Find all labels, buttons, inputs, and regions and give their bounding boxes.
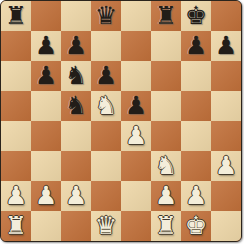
- square-a7[interactable]: [1, 31, 31, 61]
- square-a2[interactable]: ♟: [1, 181, 31, 211]
- square-e1[interactable]: [121, 211, 151, 241]
- square-h2[interactable]: [211, 181, 241, 211]
- square-d6[interactable]: ♟: [91, 61, 121, 91]
- square-b7[interactable]: ♟: [31, 31, 61, 61]
- piece-white-rook[interactable]: ♜: [5, 211, 27, 241]
- square-g6[interactable]: [181, 61, 211, 91]
- square-d1[interactable]: ♛: [91, 211, 121, 241]
- square-g3[interactable]: [181, 151, 211, 181]
- square-f4[interactable]: [151, 121, 181, 151]
- piece-white-pawn[interactable]: ♟: [65, 181, 87, 211]
- piece-black-pawn[interactable]: ♟: [215, 31, 237, 61]
- square-f6[interactable]: [151, 61, 181, 91]
- square-b8[interactable]: [31, 1, 61, 31]
- piece-white-king[interactable]: ♚: [185, 211, 207, 241]
- piece-white-pawn[interactable]: ♟: [35, 181, 57, 211]
- square-a3[interactable]: [1, 151, 31, 181]
- square-a5[interactable]: [1, 91, 31, 121]
- square-g4[interactable]: [181, 121, 211, 151]
- piece-black-pawn[interactable]: ♟: [35, 61, 57, 91]
- square-b1[interactable]: [31, 211, 61, 241]
- square-f5[interactable]: [151, 91, 181, 121]
- chess-board: ♜♛♜♚♟♟♟♟♟♞♟♞♞♟♟♞♟♟♟♟♟♟♜♛♜♚: [1, 1, 241, 241]
- piece-black-king[interactable]: ♚: [185, 1, 207, 31]
- piece-black-knight[interactable]: ♞: [65, 61, 87, 91]
- square-f2[interactable]: ♟: [151, 181, 181, 211]
- square-a1[interactable]: ♜: [1, 211, 31, 241]
- piece-black-rook[interactable]: ♜: [155, 1, 177, 31]
- square-h7[interactable]: ♟: [211, 31, 241, 61]
- piece-black-pawn[interactable]: ♟: [35, 31, 57, 61]
- square-b2[interactable]: ♟: [31, 181, 61, 211]
- square-d8[interactable]: ♛: [91, 1, 121, 31]
- square-d7[interactable]: [91, 31, 121, 61]
- square-h8[interactable]: [211, 1, 241, 31]
- square-e4[interactable]: ♟: [121, 121, 151, 151]
- square-c4[interactable]: [61, 121, 91, 151]
- square-c7[interactable]: ♟: [61, 31, 91, 61]
- square-e8[interactable]: [121, 1, 151, 31]
- piece-black-knight[interactable]: ♞: [65, 91, 87, 121]
- square-g2[interactable]: ♟: [181, 181, 211, 211]
- piece-white-pawn[interactable]: ♟: [125, 121, 147, 151]
- square-e2[interactable]: [121, 181, 151, 211]
- piece-white-knight[interactable]: ♞: [95, 91, 117, 121]
- square-h3[interactable]: ♟: [211, 151, 241, 181]
- piece-white-pawn[interactable]: ♟: [215, 151, 237, 181]
- square-e7[interactable]: [121, 31, 151, 61]
- square-e3[interactable]: [121, 151, 151, 181]
- square-c2[interactable]: ♟: [61, 181, 91, 211]
- square-g1[interactable]: ♚: [181, 211, 211, 241]
- square-d2[interactable]: [91, 181, 121, 211]
- piece-black-pawn[interactable]: ♟: [65, 31, 87, 61]
- square-f7[interactable]: [151, 31, 181, 61]
- square-c8[interactable]: [61, 1, 91, 31]
- square-b3[interactable]: [31, 151, 61, 181]
- piece-white-pawn[interactable]: ♟: [185, 181, 207, 211]
- square-a6[interactable]: [1, 61, 31, 91]
- piece-white-rook[interactable]: ♜: [155, 211, 177, 241]
- square-e5[interactable]: ♟: [121, 91, 151, 121]
- square-b4[interactable]: [31, 121, 61, 151]
- square-e6[interactable]: [121, 61, 151, 91]
- square-b5[interactable]: [31, 91, 61, 121]
- square-c3[interactable]: [61, 151, 91, 181]
- square-c5[interactable]: ♞: [61, 91, 91, 121]
- square-b6[interactable]: ♟: [31, 61, 61, 91]
- square-g5[interactable]: [181, 91, 211, 121]
- piece-black-pawn[interactable]: ♟: [125, 91, 147, 121]
- square-d5[interactable]: ♞: [91, 91, 121, 121]
- square-c6[interactable]: ♞: [61, 61, 91, 91]
- square-f1[interactable]: ♜: [151, 211, 181, 241]
- piece-white-queen[interactable]: ♛: [95, 211, 117, 241]
- square-h1[interactable]: [211, 211, 241, 241]
- piece-black-pawn[interactable]: ♟: [95, 61, 117, 91]
- piece-white-pawn[interactable]: ♟: [5, 181, 27, 211]
- chess-board-frame: ♜♛♜♚♟♟♟♟♟♞♟♞♞♟♟♞♟♟♟♟♟♟♜♛♜♚: [0, 0, 242, 242]
- square-a4[interactable]: [1, 121, 31, 151]
- square-h4[interactable]: [211, 121, 241, 151]
- square-d4[interactable]: [91, 121, 121, 151]
- square-h5[interactable]: [211, 91, 241, 121]
- piece-white-pawn[interactable]: ♟: [155, 181, 177, 211]
- piece-black-rook[interactable]: ♜: [5, 1, 27, 31]
- square-h6[interactable]: [211, 61, 241, 91]
- square-a8[interactable]: ♜: [1, 1, 31, 31]
- piece-black-queen[interactable]: ♛: [95, 1, 117, 31]
- piece-black-pawn[interactable]: ♟: [185, 31, 207, 61]
- piece-white-knight[interactable]: ♞: [155, 151, 177, 181]
- square-f3[interactable]: ♞: [151, 151, 181, 181]
- square-d3[interactable]: [91, 151, 121, 181]
- square-g7[interactable]: ♟: [181, 31, 211, 61]
- square-c1[interactable]: [61, 211, 91, 241]
- square-f8[interactable]: ♜: [151, 1, 181, 31]
- square-g8[interactable]: ♚: [181, 1, 211, 31]
